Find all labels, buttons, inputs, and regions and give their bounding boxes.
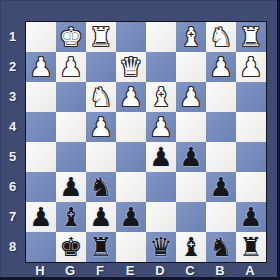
square-g6[interactable]: ♟ xyxy=(56,172,86,202)
black-pawn-c5[interactable]: ♟ xyxy=(179,142,202,172)
square-a3[interactable] xyxy=(236,82,266,112)
file-label-d: D xyxy=(145,262,175,278)
square-c2[interactable] xyxy=(176,52,206,82)
square-e8[interactable] xyxy=(116,232,146,262)
rank-label-7: 7 xyxy=(0,201,25,231)
square-b6[interactable]: ♟ xyxy=(206,172,236,202)
square-d1[interactable] xyxy=(146,22,176,52)
square-d4[interactable]: ♟ xyxy=(146,112,176,142)
square-c7[interactable] xyxy=(176,202,206,232)
square-e4[interactable] xyxy=(116,112,146,142)
square-b4[interactable] xyxy=(206,112,236,142)
square-c3[interactable]: ♟ xyxy=(176,82,206,112)
square-g2[interactable]: ♟ xyxy=(56,52,86,82)
square-h1[interactable] xyxy=(26,22,56,52)
square-d6[interactable] xyxy=(146,172,176,202)
file-label-c: C xyxy=(175,262,205,278)
white-pawn-a2[interactable]: ♟ xyxy=(239,52,262,82)
square-h5[interactable] xyxy=(26,142,56,172)
black-pawn-d5[interactable]: ♟ xyxy=(149,142,172,172)
board: ♚♜♝♞♜♟♟♛♟♟♞♟♝♟♟♟♟♟♟♞♟♟♝♟♟♟♚♜♛♝♞♜ xyxy=(25,21,267,263)
square-f7[interactable]: ♟ xyxy=(86,202,116,232)
file-label-h: H xyxy=(25,262,55,278)
square-h7[interactable]: ♟ xyxy=(26,202,56,232)
file-labels: HGFEDCBA xyxy=(25,262,265,278)
square-c4[interactable] xyxy=(176,112,206,142)
square-e5[interactable] xyxy=(116,142,146,172)
black-king-g8[interactable]: ♚ xyxy=(59,232,82,262)
black-pawn-e7[interactable]: ♟ xyxy=(119,202,142,232)
white-pawn-e3[interactable]: ♟ xyxy=(119,82,142,112)
square-a1[interactable]: ♜ xyxy=(236,22,266,52)
square-d5[interactable]: ♟ xyxy=(146,142,176,172)
square-g4[interactable] xyxy=(56,112,86,142)
black-pawn-g6[interactable]: ♟ xyxy=(59,172,82,202)
black-bishop-c8[interactable]: ♝ xyxy=(179,232,202,262)
square-c5[interactable]: ♟ xyxy=(176,142,206,172)
white-knight-b1[interactable]: ♞ xyxy=(209,22,232,52)
rank-label-8: 8 xyxy=(0,231,25,261)
square-g7[interactable]: ♝ xyxy=(56,202,86,232)
square-h3[interactable] xyxy=(26,82,56,112)
black-pawn-f7[interactable]: ♟ xyxy=(89,202,112,232)
white-queen-e2[interactable]: ♛ xyxy=(119,52,142,82)
square-b3[interactable] xyxy=(206,82,236,112)
square-c1[interactable]: ♝ xyxy=(176,22,206,52)
square-f3[interactable]: ♞ xyxy=(86,82,116,112)
square-d2[interactable] xyxy=(146,52,176,82)
square-e3[interactable]: ♟ xyxy=(116,82,146,112)
square-e7[interactable]: ♟ xyxy=(116,202,146,232)
square-a7[interactable]: ♟ xyxy=(236,202,266,232)
black-bishop-g7[interactable]: ♝ xyxy=(59,202,82,232)
rank-label-5: 5 xyxy=(0,141,25,171)
square-f6[interactable]: ♞ xyxy=(86,172,116,202)
square-g8[interactable]: ♚ xyxy=(56,232,86,262)
chessboard-frame: 12345678 ♚♜♝♞♜♟♟♛♟♟♞♟♝♟♟♟♟♟♟♞♟♟♝♟♟♟♚♜♛♝♞… xyxy=(0,0,280,280)
square-a2[interactable]: ♟ xyxy=(236,52,266,82)
square-a6[interactable] xyxy=(236,172,266,202)
white-pawn-h2[interactable]: ♟ xyxy=(29,52,52,82)
square-f5[interactable] xyxy=(86,142,116,172)
file-label-b: B xyxy=(205,262,235,278)
square-b5[interactable] xyxy=(206,142,236,172)
rank-label-4: 4 xyxy=(0,111,25,141)
white-king-g1[interactable]: ♚ xyxy=(59,22,82,52)
file-label-f: F xyxy=(85,262,115,278)
black-knight-f6[interactable]: ♞ xyxy=(89,172,112,202)
white-pawn-g2[interactable]: ♟ xyxy=(59,52,82,82)
square-g1[interactable]: ♚ xyxy=(56,22,86,52)
file-label-g: G xyxy=(55,262,85,278)
square-e6[interactable] xyxy=(116,172,146,202)
black-pawn-b6[interactable]: ♟ xyxy=(209,172,232,202)
white-pawn-d4[interactable]: ♟ xyxy=(149,112,172,142)
square-f2[interactable] xyxy=(86,52,116,82)
square-e2[interactable]: ♛ xyxy=(116,52,146,82)
white-bishop-d3[interactable]: ♝ xyxy=(149,82,172,112)
square-f8[interactable]: ♜ xyxy=(86,232,116,262)
black-rook-f8[interactable]: ♜ xyxy=(89,232,112,262)
square-d7[interactable] xyxy=(146,202,176,232)
square-h4[interactable] xyxy=(26,112,56,142)
rank-label-6: 6 xyxy=(0,171,25,201)
square-e1[interactable] xyxy=(116,22,146,52)
white-knight-f3[interactable]: ♞ xyxy=(89,82,112,112)
white-pawn-f4[interactable]: ♟ xyxy=(89,112,112,142)
square-b2[interactable]: ♟ xyxy=(206,52,236,82)
rank-label-1: 1 xyxy=(0,21,25,51)
square-b8[interactable]: ♞ xyxy=(206,232,236,262)
square-a5[interactable] xyxy=(236,142,266,172)
square-d3[interactable]: ♝ xyxy=(146,82,176,112)
white-bishop-c1[interactable]: ♝ xyxy=(179,22,202,52)
white-pawn-b2[interactable]: ♟ xyxy=(209,52,232,82)
square-h6[interactable] xyxy=(26,172,56,202)
black-rook-a8[interactable]: ♜ xyxy=(239,232,262,262)
square-a4[interactable] xyxy=(236,112,266,142)
square-b7[interactable] xyxy=(206,202,236,232)
black-knight-b8[interactable]: ♞ xyxy=(209,232,232,262)
white-rook-f1[interactable]: ♜ xyxy=(89,22,112,52)
square-h8[interactable] xyxy=(26,232,56,262)
square-g5[interactable] xyxy=(56,142,86,172)
black-pawn-a7[interactable]: ♟ xyxy=(239,202,262,232)
rank-label-3: 3 xyxy=(0,81,25,111)
square-f4[interactable]: ♟ xyxy=(86,112,116,142)
square-a8[interactable]: ♜ xyxy=(236,232,266,262)
square-f1[interactable]: ♜ xyxy=(86,22,116,52)
square-h2[interactable]: ♟ xyxy=(26,52,56,82)
white-rook-a1[interactable]: ♜ xyxy=(239,22,262,52)
black-pawn-h7[interactable]: ♟ xyxy=(29,202,52,232)
square-g3[interactable] xyxy=(56,82,86,112)
rank-labels: 12345678 xyxy=(0,21,25,261)
square-c6[interactable] xyxy=(176,172,206,202)
square-d8[interactable]: ♛ xyxy=(146,232,176,262)
square-b1[interactable]: ♞ xyxy=(206,22,236,52)
file-label-a: A xyxy=(235,262,265,278)
file-label-e: E xyxy=(115,262,145,278)
square-c8[interactable]: ♝ xyxy=(176,232,206,262)
black-queen-d8[interactable]: ♛ xyxy=(149,232,172,262)
white-pawn-c3[interactable]: ♟ xyxy=(179,82,202,112)
rank-label-2: 2 xyxy=(0,51,25,81)
